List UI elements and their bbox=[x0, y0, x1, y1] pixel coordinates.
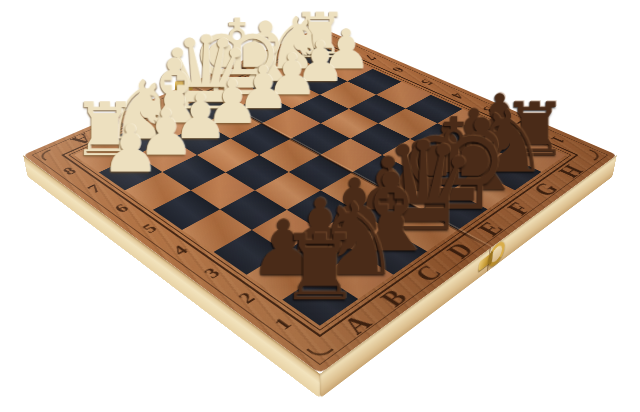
rank-label-5: 5 bbox=[138, 221, 161, 236]
corner-ornament bbox=[582, 149, 603, 161]
rank-label-8: 8 bbox=[59, 165, 80, 178]
rank-label-7: 7 bbox=[84, 182, 106, 195]
rank-label-1: 1 bbox=[269, 314, 297, 334]
corner-ornament bbox=[306, 340, 334, 360]
rank-label-3: 3 bbox=[200, 265, 226, 282]
rank-label-2: 2 bbox=[233, 289, 260, 307]
photo-scene: 88AA77BB66CC55DD44EE33FF22GG11HH ♜♞♝♛♚♝♞… bbox=[0, 0, 640, 412]
rank-label-far-5: 5 bbox=[417, 78, 437, 87]
chess-board: 88AA77BB66CC55DD44EE33FF22GG11HH ♜♞♝♛♚♝♞… bbox=[23, 27, 617, 373]
product-photo: 88AA77BB66CC55DD44EE33FF22GG11HH ♜♞♝♛♚♝♞… bbox=[0, 0, 640, 412]
rank-label-far-6: 6 bbox=[388, 65, 408, 74]
board-top-face: 88AA77BB66CC55DD44EE33FF22GG11HH ♜♞♝♛♚♝♞… bbox=[23, 27, 617, 373]
rank-label-4: 4 bbox=[168, 242, 192, 258]
rank-label-6: 6 bbox=[110, 201, 133, 215]
corner-ornament bbox=[37, 149, 58, 161]
